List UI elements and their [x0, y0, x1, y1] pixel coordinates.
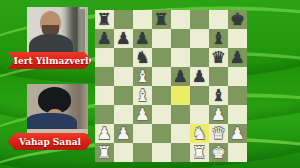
- piece-black-pawn-e5: ♟: [173, 67, 188, 86]
- square-b2: ♟: [114, 124, 133, 143]
- piece-black-rook-a8: ♜: [97, 10, 112, 29]
- piece-white-queen-g2: ♛: [211, 124, 226, 143]
- piece-white-rook-a1: ♜: [97, 143, 112, 162]
- square-g4: ♝: [209, 86, 228, 105]
- square-c1: [133, 143, 152, 162]
- square-f7: [190, 29, 209, 48]
- square-e6: [171, 48, 190, 67]
- square-h1: [228, 143, 247, 162]
- square-h7: [228, 29, 247, 48]
- square-e1: [171, 143, 190, 162]
- square-h3: [228, 105, 247, 124]
- piece-white-pawn-c3: ♟: [135, 105, 150, 124]
- player-photo-white: [27, 84, 88, 134]
- square-f3: [190, 105, 209, 124]
- square-e5: ♟: [171, 67, 190, 86]
- square-e8: [171, 10, 190, 29]
- square-f5: ♟: [190, 67, 209, 86]
- piece-black-queen-g6: ♛: [211, 48, 226, 67]
- video-thumbnail: Mert Yilmazverli Vahap Sanal ♜♜♚♟♟♟♝♞♛♟♝…: [0, 0, 300, 168]
- piece-white-pawn-a2: ♟: [97, 124, 112, 143]
- square-b3: [114, 105, 133, 124]
- piece-black-rook-d8: ♜: [154, 10, 169, 29]
- square-a5: [95, 67, 114, 86]
- piece-black-king-h8: ♚: [230, 10, 245, 29]
- piece-white-king-g1: ♚: [211, 143, 226, 162]
- square-g3: ♟: [209, 105, 228, 124]
- square-c7: ♟: [133, 29, 152, 48]
- square-f8: [190, 10, 209, 29]
- square-b8: [114, 10, 133, 29]
- square-a4: [95, 86, 114, 105]
- square-a6: [95, 48, 114, 67]
- square-b1: [114, 143, 133, 162]
- square-c2: [133, 124, 152, 143]
- square-g1: ♚: [209, 143, 228, 162]
- player-photo-black: [27, 7, 88, 57]
- square-g6: ♛: [209, 48, 228, 67]
- square-g8: [209, 10, 228, 29]
- square-f1: ♜: [190, 143, 209, 162]
- square-h6: ♟: [228, 48, 247, 67]
- square-f6: [190, 48, 209, 67]
- square-b7: ♟: [114, 29, 133, 48]
- piece-black-knight-c6: ♞: [135, 48, 150, 67]
- square-a2: ♟: [95, 124, 114, 143]
- piece-white-rook-f1: ♜: [192, 143, 207, 162]
- piece-white-bishop-c4: ♝: [135, 86, 150, 105]
- square-b4: [114, 86, 133, 105]
- piece-white-knight-f2: ♞: [192, 124, 207, 143]
- square-f2: ♞: [190, 124, 209, 143]
- player-name-white: Vahap Sanal: [19, 137, 81, 147]
- square-c4: ♝: [133, 86, 152, 105]
- player-name-banner-black: Mert Yilmazverli: [8, 52, 92, 69]
- piece-black-pawn-h6: ♟: [230, 48, 245, 67]
- square-c5: ♝: [133, 67, 152, 86]
- square-h4: [228, 86, 247, 105]
- piece-black-pawn-f5: ♟: [192, 67, 207, 86]
- square-d6: [152, 48, 171, 67]
- square-d5: [152, 67, 171, 86]
- photo-background-detail: [78, 9, 85, 55]
- square-d7: [152, 29, 171, 48]
- square-d3: [152, 105, 171, 124]
- square-b6: [114, 48, 133, 67]
- square-g7: ♝: [209, 29, 228, 48]
- square-e2: [171, 124, 190, 143]
- square-h5: [228, 67, 247, 86]
- square-h8: ♚: [228, 10, 247, 29]
- square-c8: [133, 10, 152, 29]
- square-f4: [190, 86, 209, 105]
- square-a1: ♜: [95, 143, 114, 162]
- piece-black-bishop-g7: ♝: [211, 29, 226, 48]
- piece-black-bishop-g4: ♝: [211, 86, 226, 105]
- square-g5: [209, 67, 228, 86]
- square-e4: [171, 86, 190, 105]
- square-a7: ♟: [95, 29, 114, 48]
- piece-black-pawn-c7: ♟: [135, 29, 150, 48]
- chess-board: ♜♜♚♟♟♟♝♞♛♟♝♟♟♝♝♟♟♟♟♞♛♟♜♜♚: [95, 10, 247, 162]
- square-d8: ♜: [152, 10, 171, 29]
- piece-black-pawn-a7: ♟: [97, 29, 112, 48]
- player-name-black: Mert Yilmazverli: [8, 56, 92, 66]
- square-b5: [114, 67, 133, 86]
- square-a3: [95, 105, 114, 124]
- square-g2: ♛: [209, 124, 228, 143]
- square-e7: [171, 29, 190, 48]
- piece-white-bishop-c5: ♝: [135, 67, 150, 86]
- square-a8: ♜: [95, 10, 114, 29]
- square-e3: [171, 105, 190, 124]
- square-d4: [152, 86, 171, 105]
- piece-white-pawn-h2: ♟: [230, 124, 245, 143]
- square-h2: ♟: [228, 124, 247, 143]
- square-d2: [152, 124, 171, 143]
- square-c3: ♟: [133, 105, 152, 124]
- piece-white-pawn-b2: ♟: [116, 124, 131, 143]
- piece-white-pawn-g3: ♟: [211, 105, 226, 124]
- square-c6: ♞: [133, 48, 152, 67]
- player-name-banner-white: Vahap Sanal: [8, 133, 92, 150]
- piece-black-pawn-b7: ♟: [116, 29, 131, 48]
- square-d1: [152, 143, 171, 162]
